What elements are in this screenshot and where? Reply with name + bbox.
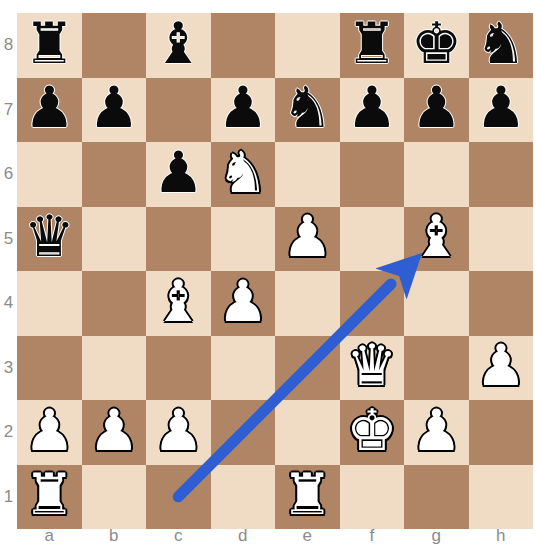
- rank-label-2: 2: [0, 400, 17, 465]
- piece-white-queen[interactable]: ♛: [346, 337, 397, 394]
- square-a6[interactable]: [17, 142, 82, 207]
- square-a8[interactable]: ♜: [17, 13, 82, 78]
- square-e4[interactable]: [275, 271, 340, 336]
- piece-white-bishop[interactable]: ♝: [153, 273, 204, 330]
- square-c8[interactable]: ♝: [146, 13, 211, 78]
- square-b3[interactable]: [82, 336, 147, 401]
- file-label-e: e: [275, 527, 340, 544]
- piece-black-rook[interactable]: ♜: [346, 15, 397, 72]
- square-a3[interactable]: [17, 336, 82, 401]
- piece-white-knight[interactable]: ♞: [217, 144, 268, 201]
- piece-black-rook[interactable]: ♜: [24, 15, 75, 72]
- file-label-h: h: [469, 527, 534, 544]
- piece-black-pawn[interactable]: ♟: [475, 79, 526, 136]
- piece-white-pawn[interactable]: ♟: [153, 402, 204, 459]
- square-e3[interactable]: [275, 336, 340, 401]
- square-h4[interactable]: [469, 271, 534, 336]
- piece-black-knight[interactable]: ♞: [475, 15, 526, 72]
- square-f3[interactable]: ♛: [340, 336, 405, 401]
- rank-label-8: 8: [0, 13, 17, 78]
- piece-black-pawn[interactable]: ♟: [24, 79, 75, 136]
- square-g7[interactable]: ♟: [404, 78, 469, 143]
- board-grid: ♜♝♜♚♞♟♟♟♞♟♟♟♟♞♛♟♝♝♟♛♟♟♟♟♚♟♜♜: [17, 13, 533, 529]
- square-d7[interactable]: ♟: [211, 78, 276, 143]
- square-f7[interactable]: ♟: [340, 78, 405, 143]
- square-b8[interactable]: [82, 13, 147, 78]
- piece-white-pawn[interactable]: ♟: [475, 337, 526, 394]
- rank-label-7: 7: [0, 78, 17, 143]
- square-f5[interactable]: [340, 207, 405, 272]
- square-g6[interactable]: [404, 142, 469, 207]
- square-b1[interactable]: [82, 465, 147, 530]
- square-f8[interactable]: ♜: [340, 13, 405, 78]
- square-b2[interactable]: ♟: [82, 400, 147, 465]
- square-e6[interactable]: [275, 142, 340, 207]
- square-h3[interactable]: ♟: [469, 336, 534, 401]
- square-h6[interactable]: [469, 142, 534, 207]
- square-d8[interactable]: [211, 13, 276, 78]
- square-d4[interactable]: ♟: [211, 271, 276, 336]
- square-h1[interactable]: [469, 465, 534, 530]
- rank-label-3: 3: [0, 336, 17, 401]
- square-a2[interactable]: ♟: [17, 400, 82, 465]
- piece-black-pawn[interactable]: ♟: [153, 144, 204, 201]
- square-e2[interactable]: [275, 400, 340, 465]
- piece-white-pawn[interactable]: ♟: [217, 273, 268, 330]
- piece-black-pawn[interactable]: ♟: [411, 79, 462, 136]
- square-f4[interactable]: [340, 271, 405, 336]
- square-h7[interactable]: ♟: [469, 78, 534, 143]
- file-label-d: d: [211, 527, 276, 544]
- rank-label-4: 4: [0, 271, 17, 336]
- square-b5[interactable]: [82, 207, 147, 272]
- piece-black-knight[interactable]: ♞: [282, 79, 333, 136]
- square-c3[interactable]: [146, 336, 211, 401]
- square-c7[interactable]: [146, 78, 211, 143]
- square-d6[interactable]: ♞: [211, 142, 276, 207]
- square-g4[interactable]: [404, 271, 469, 336]
- square-h8[interactable]: ♞: [469, 13, 534, 78]
- piece-white-pawn[interactable]: ♟: [411, 402, 462, 459]
- piece-white-bishop[interactable]: ♝: [411, 208, 462, 265]
- square-e1[interactable]: ♜: [275, 465, 340, 530]
- piece-black-bishop[interactable]: ♝: [153, 15, 204, 72]
- rank-label-1: 1: [0, 465, 17, 530]
- rank-label-5: 5: [0, 207, 17, 272]
- square-b7[interactable]: ♟: [82, 78, 147, 143]
- file-label-a: a: [17, 527, 82, 544]
- rank-label-6: 6: [0, 142, 17, 207]
- piece-white-king[interactable]: ♚: [346, 402, 397, 459]
- square-f6[interactable]: [340, 142, 405, 207]
- square-e8[interactable]: [275, 13, 340, 78]
- piece-black-pawn[interactable]: ♟: [217, 79, 268, 136]
- square-a4[interactable]: [17, 271, 82, 336]
- square-g5[interactable]: ♝: [404, 207, 469, 272]
- square-d3[interactable]: [211, 336, 276, 401]
- square-a5[interactable]: ♛: [17, 207, 82, 272]
- square-c4[interactable]: ♝: [146, 271, 211, 336]
- chess-board: 87654321 abcdefgh ♜♝♜♚♞♟♟♟♞♟♟♟♟♞♛♟♝♝♟♛♟♟…: [0, 0, 536, 544]
- file-label-g: g: [404, 527, 469, 544]
- square-c5[interactable]: [146, 207, 211, 272]
- piece-black-pawn[interactable]: ♟: [346, 79, 397, 136]
- square-b6[interactable]: [82, 142, 147, 207]
- square-f1[interactable]: [340, 465, 405, 530]
- square-g2[interactable]: ♟: [404, 400, 469, 465]
- square-g1[interactable]: [404, 465, 469, 530]
- square-e5[interactable]: ♟: [275, 207, 340, 272]
- piece-white-rook[interactable]: ♜: [282, 466, 333, 523]
- piece-black-pawn[interactable]: ♟: [88, 79, 139, 136]
- square-b4[interactable]: [82, 271, 147, 336]
- square-d5[interactable]: [211, 207, 276, 272]
- piece-white-pawn[interactable]: ♟: [282, 208, 333, 265]
- file-label-f: f: [340, 527, 405, 544]
- square-h2[interactable]: [469, 400, 534, 465]
- square-g3[interactable]: [404, 336, 469, 401]
- square-d1[interactable]: [211, 465, 276, 530]
- square-c6[interactable]: ♟: [146, 142, 211, 207]
- file-label-c: c: [146, 527, 211, 544]
- square-d2[interactable]: [211, 400, 276, 465]
- piece-white-pawn[interactable]: ♟: [88, 402, 139, 459]
- square-c1[interactable]: [146, 465, 211, 530]
- square-g8[interactable]: ♚: [404, 13, 469, 78]
- square-e7[interactable]: ♞: [275, 78, 340, 143]
- piece-black-queen[interactable]: ♛: [24, 208, 75, 265]
- square-a7[interactable]: ♟: [17, 78, 82, 143]
- square-f2[interactable]: ♚: [340, 400, 405, 465]
- piece-white-pawn[interactable]: ♟: [24, 402, 75, 459]
- piece-white-rook[interactable]: ♜: [24, 466, 75, 523]
- square-a1[interactable]: ♜: [17, 465, 82, 530]
- file-label-b: b: [82, 527, 147, 544]
- square-c2[interactable]: ♟: [146, 400, 211, 465]
- piece-black-king[interactable]: ♚: [411, 15, 462, 72]
- square-h5[interactable]: [469, 207, 534, 272]
